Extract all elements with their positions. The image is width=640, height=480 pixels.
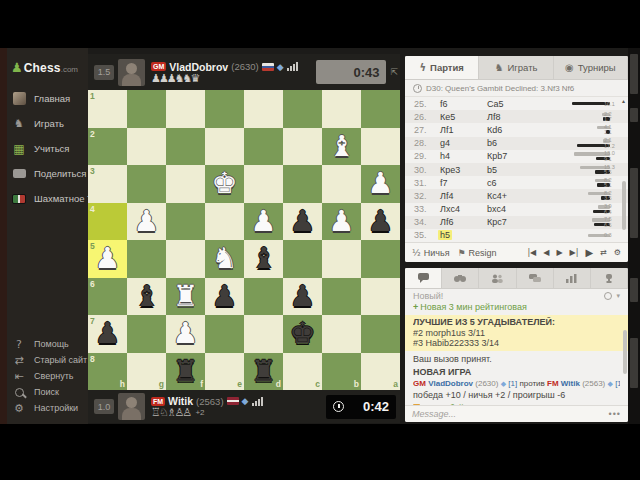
board-square-b2[interactable]: ♝ [322, 128, 361, 166]
file-label: a [393, 379, 398, 389]
chevron-down-icon[interactable]: ▾ [616, 292, 620, 300]
time-bars [548, 192, 610, 200]
old-site-icon: ⇄ [11, 353, 27, 367]
board-square-h6[interactable]: 6 [88, 278, 127, 316]
move-number: 26. [414, 112, 438, 122]
chat-bubble-icon [418, 273, 429, 283]
board-square-b8[interactable]: b [322, 353, 361, 391]
opening-name: D30: Queen's Gambit Declined: 3.Nf3 Nf6 [426, 84, 574, 93]
board-square-a8[interactable]: a [361, 353, 400, 391]
board-square-f2[interactable] [166, 128, 205, 166]
board-square-g2[interactable] [127, 128, 166, 166]
move-number: 35. [414, 230, 438, 240]
move-black[interactable]: bxc4 [485, 204, 532, 214]
move-row: 30.Кре3b515.35.5 [405, 163, 628, 176]
captured-piece-P: ♟ [151, 74, 159, 84]
chat-multi-icon [529, 274, 541, 283]
board-square-d6[interactable] [244, 278, 283, 316]
sidebar-item-learn[interactable]: ▦Учиться [0, 136, 88, 161]
board-square-a3[interactable]: ♟ [361, 165, 400, 203]
board-square-a4[interactable]: ♟ [361, 203, 400, 241]
flag-icon-top [262, 63, 274, 71]
chat-panel: ▾ Новый! +Новая 3 мин рейтинговая ЛУЧШИЕ… [405, 268, 628, 422]
board-square-d3[interactable] [244, 165, 283, 203]
move-black[interactable]: Крb7 [485, 151, 532, 161]
captured-piece-B: ♗ [167, 408, 175, 418]
chat-input[interactable]: Message... [412, 409, 609, 419]
move-row: 26.Ке5Лf82.21.7 [405, 110, 628, 123]
captured-piece-R: ♖ [151, 408, 159, 418]
white-time: 0.3 [604, 233, 620, 238]
move-black[interactable]: Лf8 [485, 112, 532, 122]
clock-top-time: 0:43 [353, 65, 379, 80]
board-square-b7[interactable] [322, 315, 361, 353]
move-number: 28. [414, 138, 438, 148]
move-white[interactable]: h5 [438, 230, 485, 240]
tab-партия[interactable]: ϟПартия [405, 56, 479, 79]
sidebar-footer-menu: ?Помощь⇄Старый сайт⇤СвернутьПоиск⚙Настро… [0, 336, 88, 416]
trophy-icon [604, 274, 614, 283]
board-square-h7[interactable]: 7♟ [88, 315, 127, 353]
sidebar-item-label: Играть [34, 118, 64, 129]
board-square-c8[interactable]: c [283, 353, 322, 391]
chat-body: ▾ Новый! +Новая 3 мин рейтинговая ЛУЧШИЕ… [405, 289, 628, 405]
rank-label: 8 [90, 354, 95, 364]
board-square-a7[interactable] [361, 315, 400, 353]
guesser-entry: #2 morph1us 3/11 [413, 328, 620, 339]
board-square-d4[interactable]: ♟ [244, 203, 283, 241]
flag-icon: ⚑ [458, 248, 466, 258]
board-square-e8[interactable]: e [205, 353, 244, 391]
move-row: 32.Лf4Кc4+8.23.5 [405, 189, 628, 202]
board-square-f6[interactable]: ♜ [166, 278, 205, 316]
title-badge-top: GM [151, 62, 166, 71]
white-bishop-b2[interactable]: ♝ [322, 128, 361, 166]
black-king-c7[interactable]: ♚ [283, 315, 322, 353]
time-values: 8.23.5 [604, 191, 620, 201]
avatar-top[interactable] [118, 59, 145, 86]
move-white[interactable]: h4 [438, 151, 485, 161]
white-pawn-h5[interactable]: ♟ [88, 240, 127, 278]
match-score-bottom: 1.0 [94, 399, 114, 414]
matchup-text: [1] [508, 379, 517, 388]
white-pawn-f7[interactable]: ♟ [166, 315, 205, 353]
play-button[interactable]: ▶ [585, 247, 593, 258]
guessers-title: ЛУЧШИЕ ИЗ 5 УГАДЫВАТЕЛЕЙ: [413, 317, 620, 328]
time-values: 3.96.4 [604, 204, 620, 214]
black-bishop-d5[interactable]: ♝ [244, 240, 283, 278]
board-square-g4[interactable]: ♟ [127, 203, 166, 241]
medal-icon: ◉ [565, 62, 574, 73]
new-game-title: НОВАЯ ИГРА [413, 367, 620, 378]
board-square-e7[interactable] [205, 315, 244, 353]
move-white[interactable]: Ке5 [438, 112, 485, 122]
board-square-f1[interactable] [166, 90, 205, 128]
file-label: c [315, 379, 320, 389]
learn-icon: ▦ [11, 142, 27, 156]
chess-board: 12♝3♚♟4♟♟♟♟♟5♟♞♝6♝♜♟♟7♟♟♚8hgf♜ed♜cba [88, 90, 400, 390]
board-square-g3[interactable] [127, 165, 166, 203]
time-values: 2.21.7 [604, 112, 620, 122]
board-square-e5[interactable]: ♞ [205, 240, 244, 278]
move-row: 29.h4Крb713.09.1 [405, 150, 628, 163]
smiley-icon[interactable] [604, 292, 612, 300]
black-bishop-g6[interactable]: ♝ [127, 278, 166, 316]
black-rook-f8[interactable]: ♜ [166, 353, 205, 391]
expand-icon[interactable]: ⇱ [390, 67, 398, 77]
draw-button[interactable]: ½ Ничья [412, 248, 450, 258]
rank-label: 4 [90, 204, 95, 214]
board-square-d1[interactable] [244, 90, 283, 128]
clock-bottom-time: 0:42 [363, 399, 389, 414]
black-rook-d8[interactable]: ♜ [244, 353, 283, 391]
black-pawn-c4[interactable]: ♟ [283, 203, 322, 241]
tab-label: Партия [430, 62, 464, 73]
board-square-b4[interactable]: ♟ [322, 203, 361, 241]
board-square-f5[interactable] [166, 240, 205, 278]
move-row: 25.f6Са510.1 [405, 97, 628, 110]
screenshot-root: ♟ Chess .com Главная♞Играть▦УчитьсяПодел… [0, 0, 640, 480]
board-square-e1[interactable] [205, 90, 244, 128]
time-bars [548, 113, 610, 121]
captured-piece-N: ♞ [183, 74, 191, 84]
move-row: 33.Лxc4bxc43.96.4 [405, 203, 628, 216]
black-pawn-h7[interactable]: ♟ [88, 315, 127, 353]
board-square-f4[interactable] [166, 203, 205, 241]
matchup-text: FM [547, 379, 559, 388]
rank-label: 6 [90, 279, 95, 289]
time-bars [548, 166, 610, 174]
scroll-thumb[interactable] [622, 181, 626, 230]
half-icon: ½ [412, 248, 421, 258]
board-square-a6[interactable] [361, 278, 400, 316]
page-scrollbar[interactable] [628, 48, 640, 424]
move-black[interactable]: Кc4+ [485, 191, 532, 201]
matchup-text: (2563) [582, 379, 605, 388]
chat-more-button[interactable]: ••• [609, 409, 621, 419]
white-knight-e5[interactable]: ♞ [205, 240, 244, 278]
sidebar-item-tv[interactable]: Шахматное ТВ [0, 186, 88, 211]
next-button[interactable]: ▶ [556, 248, 562, 257]
black-time: 5.5 [604, 170, 620, 175]
time-bars [548, 152, 610, 160]
board-square-d2[interactable] [244, 128, 283, 166]
clock-icon [333, 401, 344, 412]
time-values: 4.11.1 [604, 125, 620, 135]
move-black[interactable] [485, 230, 532, 240]
captured-piece-P: ♙ [183, 408, 191, 418]
sidebar-item-help[interactable]: ?Помощь [0, 336, 88, 352]
time-bars [548, 179, 610, 187]
time-values: 2.117.2 [604, 138, 620, 148]
guessers-block: ЛУЧШИЕ ИЗ 5 УГАДЫВАТЕЛЕЙ: #2 morph1us 3/… [405, 315, 628, 351]
black-time: 3.5 [604, 196, 620, 201]
time-bars [548, 126, 610, 134]
sidebar-item-share-bubble[interactable]: Поделиться [0, 161, 88, 186]
move-black[interactable]: Крc7 [485, 217, 532, 227]
captured-piece-P: ♙ [175, 408, 183, 418]
clock-top: 0:43 [316, 60, 386, 84]
move-number: 31. [414, 178, 438, 188]
move-number: 27. [414, 125, 438, 135]
board-square-g1[interactable] [127, 90, 166, 128]
move-black[interactable]: b5 [485, 165, 532, 175]
board-square-d7[interactable] [244, 315, 283, 353]
move-white[interactable]: f7 [438, 178, 485, 188]
move-black[interactable]: Кd6 [485, 125, 532, 135]
black-pawn-a4[interactable]: ♟ [361, 203, 400, 241]
captured-pieces-top: ♟♟♟♞♞♛ [151, 74, 298, 84]
board-square-f3[interactable] [166, 165, 205, 203]
file-label: g [159, 379, 164, 389]
sidebar-item-settings[interactable]: ⚙Настройки [0, 400, 88, 416]
player-rating-top: (2630) [231, 61, 258, 72]
time-values: 13.09.1 [604, 151, 620, 161]
captured-piece-N: ♞ [175, 74, 183, 84]
board-square-a1[interactable] [361, 90, 400, 128]
sidebar-item-label: Свернуть [34, 371, 73, 381]
board-square-h2[interactable]: 2 [88, 128, 127, 166]
sidebar-item-label: Помощь [34, 339, 69, 349]
rank-label: 1 [90, 91, 95, 101]
settings-icon: ⚙ [11, 401, 27, 415]
sidebar-item-search[interactable]: Поиск [0, 384, 88, 400]
sidebar-item-old-site[interactable]: ⇄Старый сайт [0, 352, 88, 368]
move-number: 25. [414, 99, 438, 109]
sidebar-item-label: Главная [34, 93, 70, 104]
board-square-h4[interactable]: 4 [88, 203, 127, 241]
board-square-e2[interactable] [205, 128, 244, 166]
board-square-a5[interactable] [361, 240, 400, 278]
move-number: 29. [414, 151, 438, 161]
black-time: 17.2 [604, 144, 620, 149]
tab-label: Играть [508, 62, 538, 73]
stats-icon [566, 274, 577, 283]
binoculars-icon [454, 274, 466, 283]
captured-piece-P: ♟ [167, 74, 175, 84]
white-rook-f6[interactable]: ♜ [166, 278, 205, 316]
board-square-e4[interactable] [205, 203, 244, 241]
megaphone-icon [413, 404, 420, 406]
board-square-g5[interactable] [127, 240, 166, 278]
sidebar-item-home-thumb[interactable]: Главная [0, 86, 88, 111]
sidebar-item-label: Настройки [34, 403, 78, 413]
game-panel: ϟПартия♞Играть◉Турниры D30: Queen's Gamb… [405, 56, 628, 262]
time-bars [548, 234, 610, 238]
move-white[interactable]: f6 [438, 99, 485, 109]
move-list-scrollbar[interactable]: ▴ [620, 97, 627, 242]
time-values: 8.25.1 [604, 178, 620, 188]
title-badge-bottom: FM [151, 397, 165, 406]
black-time: 6.4 [604, 210, 620, 215]
challenge-accepted-line: Ваш вызов принят. [413, 354, 620, 365]
avatar-bottom[interactable] [118, 393, 145, 420]
board-square-f7[interactable]: ♟ [166, 315, 205, 353]
board-square-d8[interactable]: d♜ [244, 353, 283, 391]
chat-username[interactable]: VladDobrov [428, 379, 473, 388]
knight-icon: ♞ [11, 117, 27, 131]
scroll-up-icon[interactable]: ▴ [620, 97, 627, 104]
guesser-entry: #3 Habib222333 3/14 [413, 338, 620, 349]
white-pawn-d4[interactable]: ♟ [244, 203, 283, 241]
opening-row[interactable]: D30: Queen's Gambit Declined: 3.Nf3 Nf6 [405, 80, 628, 97]
logo-text: Chess [24, 61, 61, 75]
diamond-icon: ◆ [501, 380, 506, 388]
board-square-f8[interactable]: f♜ [166, 353, 205, 391]
time-bars [548, 139, 610, 147]
move-white[interactable]: Лf6 [438, 217, 485, 227]
board-square-g8[interactable]: g [127, 353, 166, 391]
first-button[interactable]: |◀ [527, 248, 536, 257]
board-square-h8[interactable]: 8h [88, 353, 127, 391]
material-advantage: +2 [195, 408, 204, 418]
board-square-h5[interactable]: 5♟ [88, 240, 127, 278]
chesscom-logo[interactable]: ♟ Chess .com [11, 60, 78, 75]
file-label: h [120, 379, 125, 389]
time-bars [548, 205, 610, 213]
move-white[interactable]: Кре3 [438, 165, 485, 175]
black-pawn-c6[interactable]: ♟ [283, 278, 322, 316]
white-pawn-a3[interactable]: ♟ [361, 165, 400, 203]
board-square-h3[interactable]: 3 [88, 165, 127, 203]
board-square-e6[interactable]: ♟ [205, 278, 244, 316]
sidebar-item-label: Поделиться [34, 168, 86, 179]
sidebar-item-knight[interactable]: ♞Играть [0, 111, 88, 136]
time-values: 7.56.5 [604, 217, 620, 227]
captured-piece-N: ♘ [159, 408, 167, 418]
stakes-line: победа +10 / ничья +2 / проигрыш -6 [413, 390, 620, 401]
connection-bars-bottom [252, 397, 263, 406]
board-square-b6[interactable] [322, 278, 361, 316]
player-rating-bottom: (2563) [196, 396, 223, 407]
matchup-text: (2630) [475, 379, 498, 388]
matchup-text: [1] [615, 379, 620, 388]
settings-button[interactable]: ⚙ [614, 248, 621, 257]
chat-partial-line: Новый! [413, 291, 620, 302]
board-square-c6[interactable]: ♟ [283, 278, 322, 316]
chat-tab-stats[interactable] [554, 268, 591, 288]
player-name-top[interactable]: VladDobrov [169, 61, 228, 73]
move-white[interactable]: Лf4 [438, 191, 485, 201]
board-square-c2[interactable] [283, 128, 322, 166]
new-game-link[interactable]: +Новая 3 мин рейтинговая [413, 302, 620, 313]
board-square-b5[interactable] [322, 240, 361, 278]
captured-pieces-bottom: ♖♘♗♙♙+2 [151, 408, 263, 418]
last-button[interactable]: ▶| [570, 248, 579, 257]
tab-играть[interactable]: ♞Играть [479, 56, 553, 79]
diamond-icon: ◆ [608, 380, 613, 388]
sidebar-item-label: Учиться [34, 143, 70, 154]
chat-input-row: Message... ••• [405, 405, 628, 422]
time-values: 0.3 [604, 233, 620, 239]
board-square-a2[interactable] [361, 128, 400, 166]
bolt-icon: ϟ [419, 62, 426, 73]
move-row: 31.f7c68.25.1 [405, 176, 628, 189]
move-row: 28.g4b62.117.2 [405, 137, 628, 150]
matchup-text: GM [413, 379, 426, 388]
game-controls: ½ Ничья ⚑ Resign |◀◀▶▶|▶⇄⚙ [405, 242, 628, 262]
sidebar-item-collapse[interactable]: ⇤Свернуть [0, 368, 88, 384]
prev-button[interactable]: ◀ [543, 248, 549, 257]
move-white[interactable]: Лf1 [438, 125, 485, 135]
move-black[interactable]: Са5 [485, 99, 532, 109]
board-square-b3[interactable] [322, 165, 361, 203]
black-time: 5.1 [604, 183, 620, 188]
move-number: 34. [414, 217, 438, 227]
resign-button[interactable]: ⚑ Resign [458, 248, 497, 258]
white-time: 2.1 [604, 138, 620, 143]
black-time: 1.1 [604, 130, 620, 135]
chat-username[interactable]: Witik [561, 379, 580, 388]
board-square-c4[interactable]: ♟ [283, 203, 322, 241]
collapse-icon: ⇤ [11, 369, 27, 383]
people-icon [491, 274, 503, 283]
search-icon [11, 385, 27, 399]
sidebar-item-label: Поиск [34, 387, 59, 397]
board-square-b1[interactable] [322, 90, 361, 128]
white-king-e3[interactable]: ♚ [205, 165, 244, 203]
move-white[interactable]: g4 [438, 138, 485, 148]
diamond-icon-bottom: ◆ [242, 396, 249, 406]
chat-tab-binoculars[interactable] [442, 268, 479, 288]
promo-link[interactable]: Попробуйте режим "Доска в центре" [413, 403, 620, 406]
logo-suffix: .com [61, 65, 78, 74]
move-number: 33. [414, 204, 438, 214]
chat-tab-trophy[interactable] [591, 268, 628, 288]
board-square-g7[interactable] [127, 315, 166, 353]
move-row: 35.h50.3 [405, 229, 628, 242]
flip-button[interactable]: ⇄ [600, 248, 607, 257]
board-square-e3[interactable]: ♚ [205, 165, 244, 203]
chat-scrollbar[interactable] [623, 330, 627, 374]
board-square-c7[interactable]: ♚ [283, 315, 322, 353]
matchup-text: против [519, 379, 544, 388]
board-square-c3[interactable] [283, 165, 322, 203]
time-bars [548, 218, 610, 226]
opening-icon [413, 84, 422, 93]
resign-label: Resign [469, 248, 497, 258]
panel-tabs: ϟПартия♞Играть◉Турниры [405, 56, 628, 80]
move-number: 32. [414, 191, 438, 201]
move-black[interactable]: b6 [485, 138, 532, 148]
connection-bars-top [287, 62, 298, 71]
move-row: 27.Лf1Кd64.11.1 [405, 123, 628, 136]
white-time: 3.9 [604, 204, 620, 209]
chat-options[interactable]: ▾ [604, 292, 620, 300]
chat-tab-chat-bubble[interactable] [405, 268, 442, 288]
white-pawn-b4[interactable]: ♟ [322, 203, 361, 241]
chat-tab-people[interactable] [479, 268, 516, 288]
board-square-g6[interactable]: ♝ [127, 278, 166, 316]
black-pawn-e6[interactable]: ♟ [205, 278, 244, 316]
help-icon: ? [11, 337, 27, 351]
rank-label: 3 [90, 166, 95, 176]
board-square-c1[interactable] [283, 90, 322, 128]
flag-icon-bottom [227, 397, 239, 405]
white-pawn-g4[interactable]: ♟ [127, 203, 166, 241]
move-white[interactable]: Лxc4 [438, 204, 485, 214]
board-square-c5[interactable] [283, 240, 322, 278]
app-content: ♟ Chess .com Главная♞Играть▦УчитьсяПодел… [0, 48, 628, 424]
board-square-d5[interactable]: ♝ [244, 240, 283, 278]
match-score-top: 1.5 [94, 65, 114, 80]
tab-турниры[interactable]: ◉Турниры [554, 56, 628, 79]
chat-tab-chat-multi[interactable] [517, 268, 554, 288]
board-square-h1[interactable]: 1 [88, 90, 127, 128]
move-black[interactable]: c6 [485, 178, 532, 188]
rank-label: 2 [90, 129, 95, 139]
time-values: 10.1 [604, 101, 620, 107]
